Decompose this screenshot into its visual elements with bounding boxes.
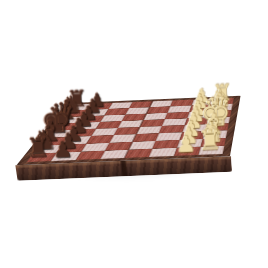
perspective-scene: ♜♟♟♜♞♟♟♞♝♟♟♝♛♟♟♛♚♟♟♚♝♟♟♝♞♟♟♞♜♟♟♜ xyxy=(0,0,268,268)
piece-black-pawn[interactable]: ♟ xyxy=(44,137,83,161)
board-grid: ♜♟♟♜♞♟♟♞♝♟♟♝♛♟♟♛♚♟♟♚♝♟♟♝♞♟♟♞♜♟♟♜ xyxy=(26,98,233,162)
product-photo: ♜♟♟♜♞♟♟♞♝♟♟♝♛♟♟♛♚♟♟♚♝♟♟♝♞♟♟♞♜♟♟♜ xyxy=(0,0,268,268)
chess-board: ♜♟♟♜♞♟♟♞♝♟♟♝♛♟♟♛♚♟♟♚♝♟♟♝♞♟♟♞♜♟♟♜ xyxy=(16,96,240,165)
chess-set: ♜♟♟♜♞♟♟♞♝♟♟♝♛♟♟♛♚♟♟♚♝♟♟♝♞♟♟♞♜♟♟♜ xyxy=(0,0,268,268)
square-r7c7[interactable]: ♜ xyxy=(198,146,224,155)
piece-white-rook[interactable]: ♜ xyxy=(191,127,230,155)
